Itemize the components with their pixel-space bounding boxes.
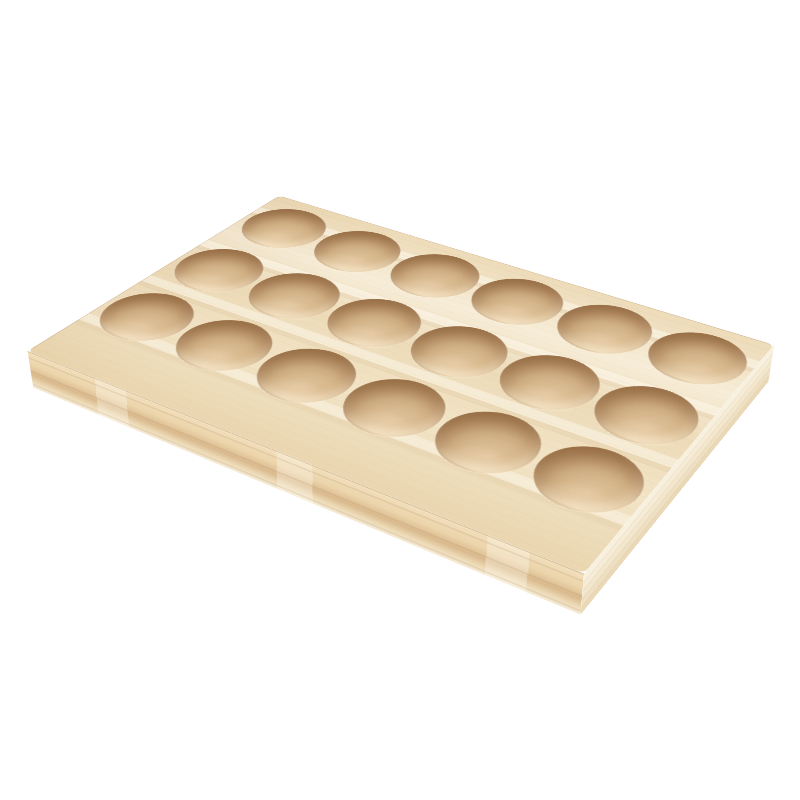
product-photo-scene [0, 0, 800, 800]
pit-r3c4[interactable] [323, 369, 464, 449]
pit-r3c3[interactable] [237, 339, 375, 414]
pit-r3c5[interactable] [415, 401, 560, 486]
wooden-pit-board [28, 196, 775, 574]
pit-r2c5[interactable] [481, 345, 616, 421]
